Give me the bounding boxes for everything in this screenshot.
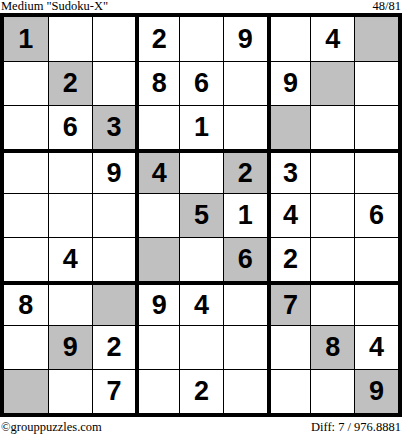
cell-r4c4[interactable]: 4: [135, 149, 179, 193]
cell-r7c1[interactable]: 8: [4, 281, 48, 325]
cell-r5c7[interactable]: 4: [267, 193, 311, 237]
cell-r1c9[interactable]: [354, 17, 398, 61]
cell-r4c8[interactable]: [310, 149, 354, 193]
cell-r2c9[interactable]: [354, 61, 398, 105]
cell-r6c5[interactable]: [179, 237, 223, 281]
cell-r9c3[interactable]: 7: [92, 369, 136, 413]
cell-r9c5[interactable]: 2: [179, 369, 223, 413]
cell-r7c4[interactable]: 9: [135, 281, 179, 325]
cell-r9c1[interactable]: [4, 369, 48, 413]
cell-r2c4[interactable]: 8: [135, 61, 179, 105]
cell-r7c6[interactable]: [223, 281, 267, 325]
cell-r5c4[interactable]: [135, 193, 179, 237]
cell-r8c7[interactable]: [267, 325, 311, 369]
cell-r8c4[interactable]: [135, 325, 179, 369]
cell-r4c2[interactable]: [48, 149, 92, 193]
cell-r7c2[interactable]: [48, 281, 92, 325]
cell-r9c2[interactable]: [48, 369, 92, 413]
cell-r1c7[interactable]: [267, 17, 311, 61]
cell-r9c7[interactable]: [267, 369, 311, 413]
cell-r6c9[interactable]: [354, 237, 398, 281]
cell-r8c5[interactable]: [179, 325, 223, 369]
copyright-text: ©grouppuzzles.com: [1, 421, 102, 434]
cell-r3c8[interactable]: [310, 105, 354, 149]
cell-r6c2[interactable]: 4: [48, 237, 92, 281]
cell-r8c2[interactable]: 9: [48, 325, 92, 369]
cell-r4c9[interactable]: [354, 149, 398, 193]
footer: ©grouppuzzles.com Diff: 7 / 976.8881: [0, 421, 402, 434]
cell-r9c8[interactable]: [310, 369, 354, 413]
cell-r1c2[interactable]: [48, 17, 92, 61]
cell-r2c7[interactable]: 9: [267, 61, 311, 105]
cell-r8c1[interactable]: [4, 325, 48, 369]
cell-r4c1[interactable]: [4, 149, 48, 193]
cell-r6c8[interactable]: [310, 237, 354, 281]
cell-r1c3[interactable]: [92, 17, 136, 61]
cell-r6c1[interactable]: [4, 237, 48, 281]
cell-r2c2[interactable]: 2: [48, 61, 92, 105]
cell-r7c3[interactable]: [92, 281, 136, 325]
cell-r8c8[interactable]: 8: [310, 325, 354, 369]
cell-r2c8[interactable]: [310, 61, 354, 105]
cell-r3c6[interactable]: [223, 105, 267, 149]
cell-r2c3[interactable]: [92, 61, 136, 105]
cell-r6c4[interactable]: [135, 237, 179, 281]
cell-r5c5[interactable]: 5: [179, 193, 223, 237]
cell-r4c6[interactable]: 2: [223, 149, 267, 193]
cell-r3c2[interactable]: 6: [48, 105, 92, 149]
cell-r3c3[interactable]: 3: [92, 105, 136, 149]
cell-r3c1[interactable]: [4, 105, 48, 149]
cell-r3c9[interactable]: [354, 105, 398, 149]
header: Medium "Sudoku-X" 48/81: [0, 0, 402, 13]
cell-r2c6[interactable]: [223, 61, 267, 105]
cell-r8c3[interactable]: 2: [92, 325, 136, 369]
cell-r4c3[interactable]: 9: [92, 149, 136, 193]
cell-r6c7[interactable]: 2: [267, 237, 311, 281]
difficulty-text: Diff: 7 / 976.8881: [311, 421, 401, 434]
puzzle-title: Medium "Sudoku-X": [1, 0, 108, 12]
cell-r6c3[interactable]: [92, 237, 136, 281]
cell-r6c6[interactable]: 6: [223, 237, 267, 281]
cell-r1c1[interactable]: 1: [4, 17, 48, 61]
board: 129428696319423514646289479284729: [0, 13, 402, 417]
cell-r5c8[interactable]: [310, 193, 354, 237]
cell-r9c6[interactable]: [223, 369, 267, 413]
cell-r5c3[interactable]: [92, 193, 136, 237]
cell-r3c4[interactable]: [135, 105, 179, 149]
cell-r3c5[interactable]: 1: [179, 105, 223, 149]
cell-r1c6[interactable]: 9: [223, 17, 267, 61]
sudoku-x-page: Medium "Sudoku-X" 48/81 1294286963194235…: [0, 0, 402, 437]
cell-r9c9[interactable]: 9: [354, 369, 398, 413]
cell-r7c5[interactable]: 4: [179, 281, 223, 325]
cells-remaining-counter: 48/81: [373, 0, 401, 12]
cell-r1c8[interactable]: 4: [310, 17, 354, 61]
cell-r5c6[interactable]: 1: [223, 193, 267, 237]
cell-r1c5[interactable]: [179, 17, 223, 61]
cell-r4c5[interactable]: [179, 149, 223, 193]
cell-r5c2[interactable]: [48, 193, 92, 237]
cell-r2c1[interactable]: [4, 61, 48, 105]
cell-r5c1[interactable]: [4, 193, 48, 237]
cell-r8c9[interactable]: 4: [354, 325, 398, 369]
cell-r8c6[interactable]: [223, 325, 267, 369]
cell-r2c5[interactable]: 6: [179, 61, 223, 105]
cell-r3c7[interactable]: [267, 105, 311, 149]
cell-r4c7[interactable]: 3: [267, 149, 311, 193]
cell-r1c4[interactable]: 2: [135, 17, 179, 61]
cell-r7c8[interactable]: [310, 281, 354, 325]
cell-r5c9[interactable]: 6: [354, 193, 398, 237]
cell-r7c7[interactable]: 7: [267, 281, 311, 325]
cell-r7c9[interactable]: [354, 281, 398, 325]
cell-r9c4[interactable]: [135, 369, 179, 413]
